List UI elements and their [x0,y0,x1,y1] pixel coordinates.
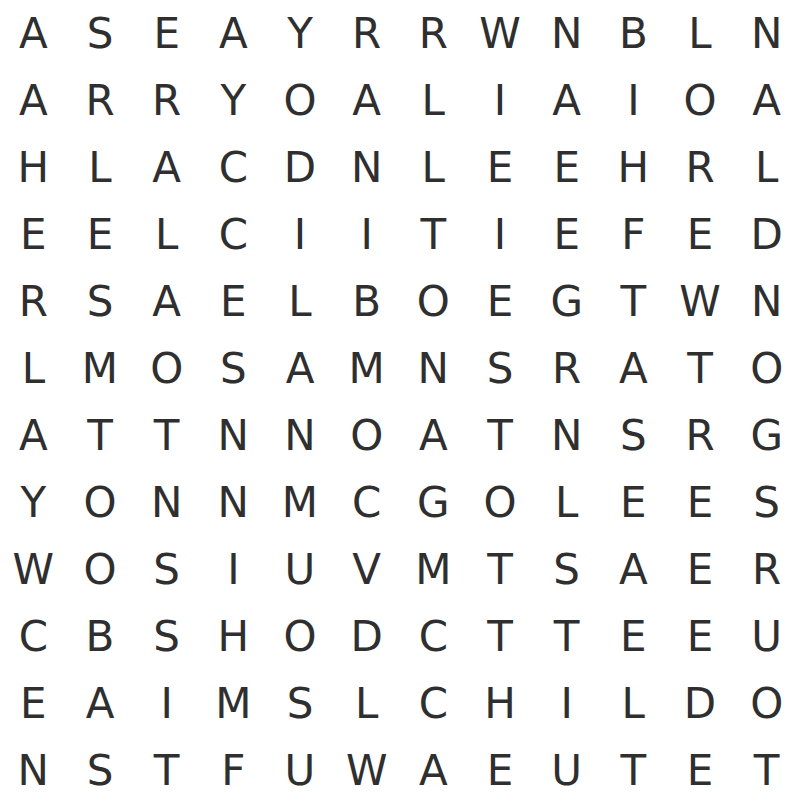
grid-cell[interactable]: R [67,67,134,134]
grid-cell[interactable]: B [600,0,667,67]
grid-cell[interactable]: Y [267,0,334,67]
grid-cell[interactable]: E [667,469,734,536]
grid-cell[interactable]: C [200,201,267,268]
grid-cell[interactable]: O [733,335,800,402]
grid-cell[interactable]: U [267,536,334,603]
grid-cell[interactable]: O [667,67,734,134]
grid-cell[interactable]: U [533,737,600,804]
grid-cell[interactable]: T [467,402,534,469]
grid-cell[interactable]: L [267,268,334,335]
grid-cell[interactable]: T [600,268,667,335]
grid-cell[interactable]: O [67,536,134,603]
grid-cell[interactable]: S [733,469,800,536]
grid-cell[interactable]: S [267,670,334,737]
grid-cell[interactable]: D [733,201,800,268]
grid-cell[interactable]: T [667,335,734,402]
grid-cell[interactable]: T [733,737,800,804]
grid-cell[interactable]: H [467,670,534,737]
grid-cell[interactable]: S [133,603,200,670]
grid-cell[interactable]: A [733,67,800,134]
grid-cell[interactable]: C [333,469,400,536]
grid-cell[interactable]: I [333,201,400,268]
grid-cell[interactable]: R [667,134,734,201]
grid-cell[interactable]: N [533,0,600,67]
grid-cell[interactable]: D [333,603,400,670]
grid-cell[interactable]: M [333,335,400,402]
grid-cell[interactable]: A [0,0,67,67]
grid-cell[interactable]: S [600,402,667,469]
grid-cell[interactable]: L [133,201,200,268]
grid-cell[interactable]: A [600,536,667,603]
grid-cell[interactable]: E [0,670,67,737]
grid-cell[interactable]: R [0,268,67,335]
grid-cell[interactable]: G [400,469,467,536]
grid-cell[interactable]: R [733,536,800,603]
grid-cell[interactable]: S [133,536,200,603]
grid-cell[interactable]: A [67,670,134,737]
grid-cell[interactable]: H [600,134,667,201]
grid-cell[interactable]: W [667,268,734,335]
grid-cell[interactable]: O [467,469,534,536]
grid-cell[interactable]: N [533,402,600,469]
grid-cell[interactable]: A [533,67,600,134]
grid-cell[interactable]: U [733,603,800,670]
grid-cell[interactable]: W [333,737,400,804]
grid-cell[interactable]: V [333,536,400,603]
grid-cell[interactable]: L [600,670,667,737]
grid-cell[interactable]: T [533,603,600,670]
grid-cell[interactable]: L [67,134,134,201]
grid-cell[interactable]: H [200,603,267,670]
grid-cell[interactable]: I [533,670,600,737]
grid-cell[interactable]: O [267,67,334,134]
grid-cell[interactable]: E [533,134,600,201]
grid-cell[interactable]: L [733,134,800,201]
grid-cell[interactable]: T [600,737,667,804]
grid-cell[interactable]: E [467,268,534,335]
grid-cell[interactable]: E [133,0,200,67]
grid-cell[interactable]: I [267,201,334,268]
grid-cell[interactable]: E [0,201,67,268]
grid-cell[interactable]: W [0,536,67,603]
grid-cell[interactable]: A [0,402,67,469]
grid-cell[interactable]: E [667,603,734,670]
grid-cell[interactable]: G [733,402,800,469]
grid-cell[interactable]: S [467,335,534,402]
grid-cell[interactable]: F [200,737,267,804]
grid-cell[interactable]: D [267,134,334,201]
grid-cell[interactable]: S [200,335,267,402]
grid-cell[interactable]: N [733,268,800,335]
grid-cell[interactable]: R [533,335,600,402]
grid-cell[interactable]: H [0,134,67,201]
grid-cell[interactable]: L [667,0,734,67]
grid-cell[interactable]: C [400,603,467,670]
grid-cell[interactable]: A [0,67,67,134]
grid-cell[interactable]: A [200,0,267,67]
grid-cell[interactable]: B [67,603,134,670]
grid-cell[interactable]: O [267,603,334,670]
grid-cell[interactable]: M [267,469,334,536]
grid-cell[interactable]: Y [0,469,67,536]
grid-cell[interactable]: N [0,737,67,804]
grid-cell[interactable]: L [333,670,400,737]
grid-cell[interactable]: L [400,67,467,134]
grid-cell[interactable]: E [667,737,734,804]
grid-cell[interactable]: E [200,268,267,335]
grid-cell[interactable]: R [667,402,734,469]
grid-cell[interactable]: E [467,737,534,804]
grid-cell[interactable]: T [400,201,467,268]
word-search-grid: ASEAYRRWNBLNARRYOALIAIOAHLACDNLEEHRLEELC… [0,0,800,804]
grid-cell[interactable]: S [67,0,134,67]
grid-cell[interactable]: O [67,469,134,536]
grid-cell[interactable]: N [333,134,400,201]
grid-cell[interactable]: N [200,469,267,536]
grid-cell[interactable]: N [267,402,334,469]
grid-cell[interactable]: E [533,201,600,268]
grid-cell[interactable]: N [733,0,800,67]
grid-cell[interactable]: L [400,134,467,201]
grid-cell[interactable]: E [467,134,534,201]
grid-cell[interactable]: S [67,268,134,335]
grid-cell[interactable]: A [400,737,467,804]
grid-cell[interactable]: E [67,201,134,268]
grid-cell[interactable]: C [0,603,67,670]
grid-cell[interactable]: S [67,737,134,804]
grid-cell[interactable]: N [400,335,467,402]
grid-cell[interactable]: L [533,469,600,536]
grid-cell[interactable]: T [133,737,200,804]
grid-cell[interactable]: R [133,67,200,134]
grid-cell[interactable]: A [133,134,200,201]
grid-cell[interactable]: A [333,67,400,134]
grid-cell[interactable]: O [733,670,800,737]
grid-cell[interactable]: I [200,536,267,603]
grid-cell[interactable]: T [133,402,200,469]
grid-cell[interactable]: I [467,67,534,134]
grid-cell[interactable]: E [667,536,734,603]
grid-cell[interactable]: A [133,268,200,335]
grid-cell[interactable]: E [600,603,667,670]
grid-cell[interactable]: F [600,201,667,268]
grid-cell[interactable]: T [67,402,134,469]
grid-cell[interactable]: M [400,536,467,603]
grid-cell[interactable]: C [200,134,267,201]
grid-cell[interactable]: N [133,469,200,536]
grid-cell[interactable]: A [400,402,467,469]
grid-cell[interactable]: O [133,335,200,402]
grid-cell[interactable]: I [467,201,534,268]
grid-cell[interactable]: W [467,0,534,67]
grid-cell[interactable]: I [600,67,667,134]
grid-cell[interactable]: G [533,268,600,335]
grid-cell[interactable]: A [267,335,334,402]
grid-cell[interactable]: E [600,469,667,536]
grid-cell[interactable]: U [267,737,334,804]
grid-cell[interactable]: R [333,0,400,67]
grid-cell[interactable]: O [400,268,467,335]
grid-cell[interactable]: I [133,670,200,737]
grid-cell[interactable]: T [467,603,534,670]
grid-cell[interactable]: C [400,670,467,737]
grid-cell[interactable]: M [67,335,134,402]
grid-cell[interactable]: M [200,670,267,737]
grid-cell[interactable]: A [600,335,667,402]
grid-cell[interactable]: S [533,536,600,603]
grid-cell[interactable]: N [200,402,267,469]
grid-cell[interactable]: Y [200,67,267,134]
grid-cell[interactable]: E [667,201,734,268]
grid-cell[interactable]: O [333,402,400,469]
grid-cell[interactable]: D [667,670,734,737]
grid-cell[interactable]: B [333,268,400,335]
grid-cell[interactable]: L [0,335,67,402]
grid-cell[interactable]: R [400,0,467,67]
grid-cell[interactable]: T [467,536,534,603]
